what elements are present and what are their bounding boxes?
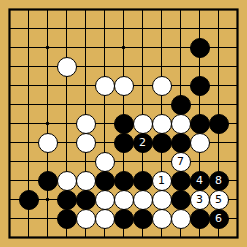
intersection — [171, 171, 190, 190]
intersection — [228, 19, 247, 38]
intersection — [38, 76, 57, 95]
intersection — [95, 19, 114, 38]
intersection — [38, 114, 57, 133]
intersection: 4 — [190, 171, 209, 190]
intersection: 6 — [209, 209, 228, 228]
intersection — [209, 76, 228, 95]
intersection — [95, 209, 114, 228]
black-stone — [190, 209, 210, 229]
intersection — [133, 57, 152, 76]
intersection — [0, 114, 19, 133]
intersection — [114, 171, 133, 190]
intersection — [209, 152, 228, 171]
intersection — [190, 209, 209, 228]
intersection — [76, 228, 95, 247]
move-number-label: 6 — [215, 213, 222, 224]
intersection — [38, 152, 57, 171]
intersection — [76, 19, 95, 38]
black-stone — [114, 133, 134, 153]
intersection — [19, 57, 38, 76]
white-stone: 1 — [152, 171, 172, 191]
white-stone — [152, 76, 172, 96]
intersection — [228, 57, 247, 76]
black-stone — [57, 190, 77, 210]
move-number-label: 4 — [196, 175, 203, 186]
intersection — [76, 38, 95, 57]
intersection — [19, 76, 38, 95]
intersection — [152, 114, 171, 133]
intersection — [209, 95, 228, 114]
white-stone — [76, 171, 96, 191]
black-stone — [171, 171, 191, 191]
intersection — [0, 57, 19, 76]
white-stone — [152, 190, 172, 210]
black-stone: 2 — [133, 133, 153, 153]
intersection — [190, 76, 209, 95]
intersection — [114, 95, 133, 114]
intersection — [0, 209, 19, 228]
intersection — [114, 76, 133, 95]
intersection — [190, 114, 209, 133]
intersection — [133, 95, 152, 114]
intersection — [38, 190, 57, 209]
intersection — [152, 190, 171, 209]
intersection — [57, 95, 76, 114]
intersection — [171, 190, 190, 209]
white-stone — [190, 133, 210, 153]
intersection — [190, 228, 209, 247]
intersection — [0, 190, 19, 209]
intersection — [114, 38, 133, 57]
intersection — [95, 228, 114, 247]
intersection — [76, 209, 95, 228]
intersection: 5 — [209, 190, 228, 209]
intersection: 3 — [190, 190, 209, 209]
intersection — [95, 95, 114, 114]
intersection — [57, 114, 76, 133]
intersection — [95, 38, 114, 57]
intersection — [0, 0, 19, 19]
black-stone — [190, 76, 210, 96]
intersection — [228, 171, 247, 190]
white-stone — [95, 209, 115, 229]
intersection — [114, 228, 133, 247]
intersection — [209, 38, 228, 57]
intersection — [228, 152, 247, 171]
intersection — [133, 209, 152, 228]
intersection — [76, 57, 95, 76]
intersection — [152, 228, 171, 247]
intersection — [57, 133, 76, 152]
white-stone — [95, 152, 115, 172]
intersection — [228, 95, 247, 114]
intersection — [171, 76, 190, 95]
intersection — [190, 95, 209, 114]
intersection — [114, 0, 133, 19]
white-stone — [76, 133, 96, 153]
intersection — [152, 209, 171, 228]
intersection — [19, 114, 38, 133]
intersection — [95, 57, 114, 76]
intersection — [95, 171, 114, 190]
intersection — [171, 95, 190, 114]
intersection — [76, 152, 95, 171]
intersection — [0, 76, 19, 95]
intersection — [152, 152, 171, 171]
intersection — [57, 76, 76, 95]
intersection — [190, 152, 209, 171]
intersection: 7 — [171, 152, 190, 171]
black-stone — [19, 190, 39, 210]
black-stone — [209, 114, 229, 134]
intersection — [19, 209, 38, 228]
intersection — [0, 38, 19, 57]
intersection: 1 — [152, 171, 171, 190]
intersection — [38, 57, 57, 76]
intersection — [19, 133, 38, 152]
white-stone: 7 — [171, 152, 191, 172]
intersection — [190, 38, 209, 57]
intersection — [190, 19, 209, 38]
intersection — [171, 0, 190, 19]
intersection — [0, 19, 19, 38]
black-stone — [190, 38, 210, 58]
intersection — [19, 171, 38, 190]
move-number-label: 8 — [215, 175, 222, 186]
black-stone — [133, 171, 153, 191]
black-stone — [171, 133, 191, 153]
intersection — [228, 38, 247, 57]
black-stone — [171, 95, 191, 115]
white-stone — [114, 76, 134, 96]
intersection — [0, 171, 19, 190]
intersection — [57, 19, 76, 38]
white-stone — [152, 209, 172, 229]
intersection — [114, 114, 133, 133]
intersection — [19, 228, 38, 247]
intersection — [114, 152, 133, 171]
move-number-label: 3 — [196, 194, 203, 205]
intersection — [171, 19, 190, 38]
intersection — [57, 228, 76, 247]
black-stone — [114, 171, 134, 191]
intersection — [133, 76, 152, 95]
white-stone — [95, 190, 115, 210]
intersection — [152, 0, 171, 19]
intersection — [57, 171, 76, 190]
white-stone — [114, 190, 134, 210]
intersection — [38, 228, 57, 247]
intersection — [228, 228, 247, 247]
intersection — [133, 190, 152, 209]
intersection — [133, 38, 152, 57]
intersection — [171, 38, 190, 57]
intersection — [228, 133, 247, 152]
intersection — [209, 0, 228, 19]
white-stone: 3 — [190, 190, 210, 210]
intersection — [133, 171, 152, 190]
intersection — [228, 190, 247, 209]
white-stone — [57, 57, 77, 77]
white-stone — [133, 114, 153, 134]
white-stone — [76, 209, 96, 229]
intersection — [76, 190, 95, 209]
black-stone — [133, 209, 153, 229]
black-stone — [114, 209, 134, 229]
intersection: 8 — [209, 171, 228, 190]
intersection — [171, 133, 190, 152]
intersection — [209, 228, 228, 247]
black-stone — [38, 171, 58, 191]
intersection — [38, 209, 57, 228]
intersection — [38, 19, 57, 38]
black-stone — [76, 190, 96, 210]
black-stone: 6 — [209, 209, 229, 229]
intersection — [38, 0, 57, 19]
intersection — [76, 76, 95, 95]
intersection — [76, 133, 95, 152]
intersection — [95, 0, 114, 19]
go-board: 27148356 — [0, 0, 247, 247]
intersection — [152, 76, 171, 95]
white-stone — [95, 76, 115, 96]
intersection — [0, 152, 19, 171]
intersection — [76, 114, 95, 133]
intersection — [171, 228, 190, 247]
intersection — [209, 114, 228, 133]
intersection — [114, 190, 133, 209]
intersection — [133, 19, 152, 38]
intersection — [95, 133, 114, 152]
move-number-label: 5 — [215, 194, 222, 205]
intersection — [190, 57, 209, 76]
intersection — [171, 209, 190, 228]
intersection — [38, 133, 57, 152]
intersection — [228, 0, 247, 19]
intersection — [76, 0, 95, 19]
intersection — [76, 95, 95, 114]
white-stone — [171, 209, 191, 229]
black-stone — [114, 114, 134, 134]
intersection — [152, 38, 171, 57]
intersection — [76, 171, 95, 190]
black-stone — [57, 209, 77, 229]
black-stone — [152, 133, 172, 153]
intersection — [190, 0, 209, 19]
intersection: 2 — [133, 133, 152, 152]
intersection — [114, 133, 133, 152]
white-stone — [133, 190, 153, 210]
intersection — [228, 209, 247, 228]
intersection — [133, 152, 152, 171]
intersection — [19, 152, 38, 171]
intersection — [95, 114, 114, 133]
intersection — [228, 114, 247, 133]
intersection — [228, 76, 247, 95]
intersection — [133, 228, 152, 247]
move-number-label: 1 — [158, 175, 165, 186]
intersection — [19, 19, 38, 38]
intersection — [19, 190, 38, 209]
intersection — [133, 0, 152, 19]
black-stone — [190, 114, 210, 134]
intersection — [152, 95, 171, 114]
intersection — [57, 57, 76, 76]
black-stone — [171, 190, 191, 210]
intersection — [171, 114, 190, 133]
move-number-label: 2 — [139, 137, 146, 148]
intersection — [57, 209, 76, 228]
intersection — [95, 152, 114, 171]
intersection — [133, 114, 152, 133]
intersection — [38, 95, 57, 114]
intersection — [171, 57, 190, 76]
white-stone — [38, 133, 58, 153]
intersection — [114, 209, 133, 228]
intersection — [57, 0, 76, 19]
intersection — [38, 171, 57, 190]
white-stone — [152, 114, 172, 134]
intersection — [152, 57, 171, 76]
intersection — [114, 19, 133, 38]
white-stone — [171, 114, 191, 134]
intersection — [19, 95, 38, 114]
white-stone — [57, 171, 77, 191]
intersection — [209, 19, 228, 38]
black-stone: 8 — [209, 171, 229, 191]
intersection — [209, 133, 228, 152]
move-number-label: 7 — [177, 156, 184, 167]
intersection — [57, 190, 76, 209]
intersection — [95, 76, 114, 95]
black-stone: 4 — [190, 171, 210, 191]
intersection — [57, 152, 76, 171]
intersection — [0, 228, 19, 247]
black-stone — [95, 171, 115, 191]
intersection — [114, 57, 133, 76]
intersection — [190, 133, 209, 152]
intersection — [0, 133, 19, 152]
intersection — [0, 95, 19, 114]
intersection — [19, 38, 38, 57]
stone-layer: 27148356 — [0, 0, 247, 247]
intersection — [209, 57, 228, 76]
intersection — [152, 133, 171, 152]
intersection — [152, 19, 171, 38]
white-stone: 5 — [209, 190, 229, 210]
intersection — [95, 190, 114, 209]
intersection — [38, 38, 57, 57]
intersection — [19, 0, 38, 19]
white-stone — [76, 114, 96, 134]
intersection — [57, 38, 76, 57]
